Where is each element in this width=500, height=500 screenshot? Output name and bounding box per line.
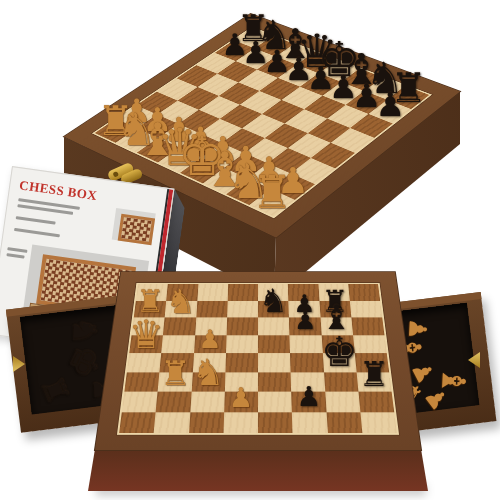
board-square xyxy=(127,353,162,372)
board-square xyxy=(129,335,163,353)
board-square xyxy=(290,335,323,353)
board-square xyxy=(134,300,167,317)
board-square xyxy=(124,372,159,392)
board-square xyxy=(160,353,194,372)
board-square xyxy=(156,392,191,412)
board-square xyxy=(292,412,327,433)
board-square xyxy=(290,353,323,372)
bottom-board-grid xyxy=(119,284,397,433)
board-square xyxy=(225,353,258,372)
board-square xyxy=(326,412,362,433)
board-square xyxy=(258,300,289,317)
board-square xyxy=(258,284,289,300)
board-maple-border xyxy=(117,283,399,435)
board-square xyxy=(226,335,258,353)
board-square xyxy=(360,412,397,433)
board-square xyxy=(289,300,321,317)
board-square xyxy=(324,372,359,392)
board-square xyxy=(195,317,227,335)
board-square xyxy=(197,284,228,300)
black-rook-stored: ♜ xyxy=(36,372,74,408)
board-square xyxy=(161,335,194,353)
board-square xyxy=(291,392,326,412)
board-square xyxy=(350,300,383,317)
board-square xyxy=(223,412,258,433)
board-square xyxy=(196,300,228,317)
board-square xyxy=(226,317,258,335)
board-square xyxy=(191,372,225,392)
board-square xyxy=(355,353,390,372)
board-square xyxy=(319,300,351,317)
board-square xyxy=(258,353,291,372)
board-square xyxy=(358,392,394,412)
board-square xyxy=(132,317,165,335)
board-square xyxy=(165,300,197,317)
board-square xyxy=(322,353,356,372)
board-square xyxy=(289,317,321,335)
board-square xyxy=(154,412,190,433)
board-square xyxy=(351,317,384,335)
board-square xyxy=(321,335,354,353)
board-square xyxy=(348,284,380,300)
board-square xyxy=(158,372,193,392)
board-square xyxy=(192,353,225,372)
board-square xyxy=(190,392,225,412)
board-square xyxy=(258,317,290,335)
board-square xyxy=(258,335,290,353)
board-square xyxy=(227,284,258,300)
board-square xyxy=(258,412,293,433)
board-square xyxy=(325,392,360,412)
board-square xyxy=(258,372,291,392)
board-square xyxy=(194,335,227,353)
board-square xyxy=(225,372,258,392)
board-square xyxy=(119,412,156,433)
board-square xyxy=(166,284,198,300)
board-square xyxy=(258,392,292,412)
board-square xyxy=(320,317,353,335)
board-square xyxy=(122,392,158,412)
board-square xyxy=(318,284,350,300)
board-square xyxy=(136,284,168,300)
board-square xyxy=(356,372,391,392)
board-square xyxy=(224,392,258,412)
board-square xyxy=(288,284,319,300)
board-square xyxy=(291,372,325,392)
bottom-chess-board xyxy=(95,272,421,450)
board-square xyxy=(189,412,224,433)
board-square xyxy=(353,335,387,353)
board-square xyxy=(163,317,196,335)
product-photo-stage: ♜♞♝♛♚♝♞♜♟♟♟♟♟♟♟♟♟♟♟♟♟♟♟♟♜♞♝♛♚♝♞♜ CHESS B… xyxy=(0,0,500,500)
board-square xyxy=(227,300,258,317)
open-chess-box: ♞♚♜♟ ♟♟♝♟♝♞♟ ♜♞♞♟♜♟♝♛♟♚♜♞♜♟♟ xyxy=(0,0,500,500)
